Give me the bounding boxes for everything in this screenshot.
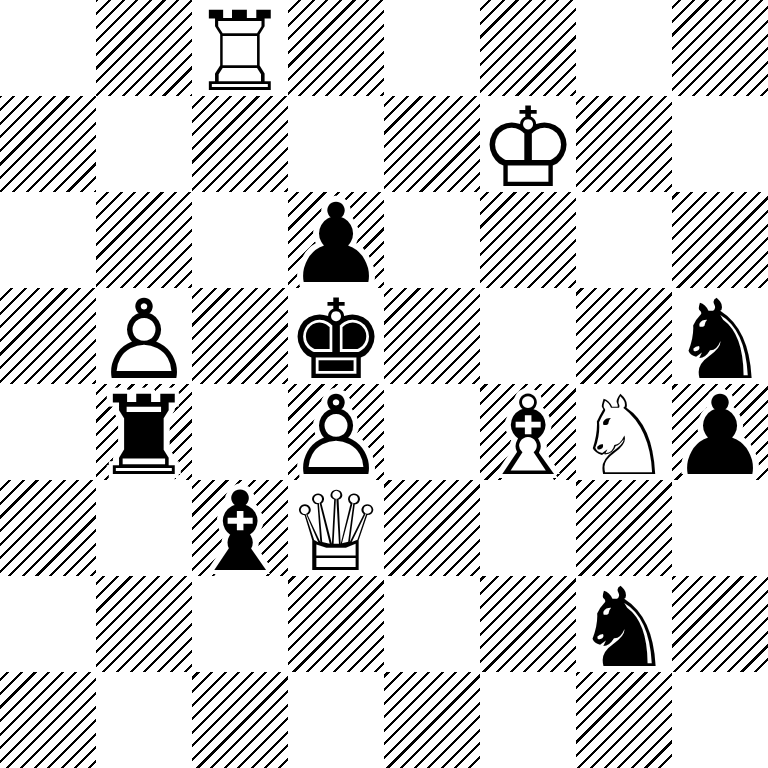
square-e1[interactable] <box>384 672 480 768</box>
square-e2[interactable] <box>384 576 480 672</box>
square-c7[interactable] <box>192 96 288 192</box>
square-e6[interactable] <box>384 192 480 288</box>
piece-black-pawn[interactable]: ♟ <box>672 384 768 480</box>
square-h8[interactable] <box>672 0 768 96</box>
square-d1[interactable] <box>288 672 384 768</box>
square-h3[interactable] <box>672 480 768 576</box>
square-b7[interactable] <box>96 96 192 192</box>
square-c5[interactable] <box>192 288 288 384</box>
square-a7[interactable] <box>0 96 96 192</box>
square-d7[interactable] <box>288 96 384 192</box>
black-rook-glyph: ♜ <box>96 388 192 484</box>
square-a3[interactable] <box>0 480 96 576</box>
square-b4[interactable]: ♜ <box>96 384 192 480</box>
square-d8[interactable] <box>288 0 384 96</box>
white-king-glyph: ♔ <box>480 100 576 196</box>
piece-black-knight[interactable]: ♞ <box>576 576 672 672</box>
square-b1[interactable] <box>96 672 192 768</box>
square-g4[interactable]: ♞♘ <box>576 384 672 480</box>
white-bishop-glyph: ♗ <box>480 388 576 484</box>
square-e3[interactable] <box>384 480 480 576</box>
black-bishop-glyph: ♝ <box>192 484 288 580</box>
square-b8[interactable] <box>96 0 192 96</box>
square-e8[interactable] <box>384 0 480 96</box>
square-f4[interactable]: ♝♗ <box>480 384 576 480</box>
square-e7[interactable] <box>384 96 480 192</box>
piece-white-queen[interactable]: ♛♕ <box>288 480 384 576</box>
square-g5[interactable] <box>576 288 672 384</box>
white-queen-glyph: ♕ <box>288 484 384 580</box>
square-b6[interactable] <box>96 192 192 288</box>
square-a6[interactable] <box>0 192 96 288</box>
piece-black-pawn[interactable]: ♟ <box>288 192 384 288</box>
square-b3[interactable] <box>96 480 192 576</box>
square-h2[interactable] <box>672 576 768 672</box>
square-a8[interactable] <box>0 0 96 96</box>
square-a5[interactable] <box>0 288 96 384</box>
square-c2[interactable] <box>192 576 288 672</box>
square-d5[interactable]: ♚ <box>288 288 384 384</box>
square-b5[interactable]: ♟♙ <box>96 288 192 384</box>
piece-white-bishop[interactable]: ♝♗ <box>480 384 576 480</box>
square-d3[interactable]: ♛♕ <box>288 480 384 576</box>
square-g6[interactable] <box>576 192 672 288</box>
black-pawn-glyph: ♟ <box>672 388 768 484</box>
square-c8[interactable]: ♜♖ <box>192 0 288 96</box>
square-f3[interactable] <box>480 480 576 576</box>
square-g7[interactable] <box>576 96 672 192</box>
square-f6[interactable] <box>480 192 576 288</box>
square-f1[interactable] <box>480 672 576 768</box>
piece-black-bishop[interactable]: ♝ <box>192 480 288 576</box>
piece-black-rook[interactable]: ♜ <box>96 384 192 480</box>
square-b2[interactable] <box>96 576 192 672</box>
square-e4[interactable] <box>384 384 480 480</box>
white-knight-glyph: ♘ <box>576 388 672 484</box>
black-knight-glyph: ♞ <box>576 580 672 676</box>
square-d2[interactable] <box>288 576 384 672</box>
square-g2[interactable]: ♞ <box>576 576 672 672</box>
square-g8[interactable] <box>576 0 672 96</box>
square-c3[interactable]: ♝ <box>192 480 288 576</box>
white-rook-glyph: ♖ <box>192 4 288 100</box>
square-d6[interactable]: ♟ <box>288 192 384 288</box>
square-a4[interactable] <box>0 384 96 480</box>
piece-white-king[interactable]: ♚♔ <box>480 96 576 192</box>
chess-board: ♜♖♚♔♟♟♙♚♞♜♟♙♝♗♞♘♟♝♛♕♞ <box>0 0 768 768</box>
square-h4[interactable]: ♟ <box>672 384 768 480</box>
square-g3[interactable] <box>576 480 672 576</box>
square-f2[interactable] <box>480 576 576 672</box>
piece-white-knight[interactable]: ♞♘ <box>576 384 672 480</box>
piece-black-king[interactable]: ♚ <box>288 288 384 384</box>
piece-black-knight[interactable]: ♞ <box>672 288 768 384</box>
square-a1[interactable] <box>0 672 96 768</box>
square-h1[interactable] <box>672 672 768 768</box>
square-c1[interactable] <box>192 672 288 768</box>
piece-white-rook[interactable]: ♜♖ <box>192 0 288 96</box>
square-h6[interactable] <box>672 192 768 288</box>
square-d4[interactable]: ♟♙ <box>288 384 384 480</box>
square-h7[interactable] <box>672 96 768 192</box>
square-f8[interactable] <box>480 0 576 96</box>
square-f5[interactable] <box>480 288 576 384</box>
square-f7[interactable]: ♚♔ <box>480 96 576 192</box>
piece-white-pawn[interactable]: ♟♙ <box>288 384 384 480</box>
piece-white-pawn[interactable]: ♟♙ <box>96 288 192 384</box>
square-h5[interactable]: ♞ <box>672 288 768 384</box>
square-c6[interactable] <box>192 192 288 288</box>
square-c4[interactable] <box>192 384 288 480</box>
square-e5[interactable] <box>384 288 480 384</box>
square-g1[interactable] <box>576 672 672 768</box>
square-a2[interactable] <box>0 576 96 672</box>
